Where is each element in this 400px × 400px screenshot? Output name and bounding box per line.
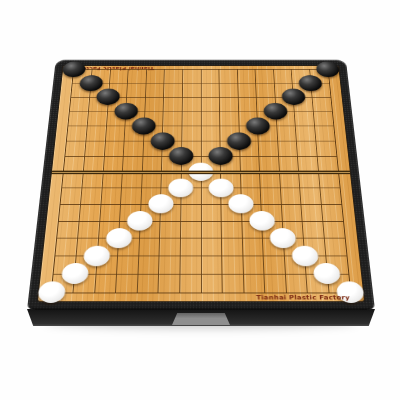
stone-black[interactable] [264,103,288,120]
stone-white[interactable] [270,228,297,248]
stone-black[interactable] [114,103,138,120]
stone-white[interactable] [313,263,341,284]
board-grid[interactable] [51,69,352,293]
stone-white[interactable] [127,211,153,231]
product-photo: Tianhai Plastic Factory Tianhai Plastic … [0,0,400,400]
grid-line-horizontal [57,238,345,239]
grid-line-vertical [237,70,244,293]
stone-black[interactable] [299,75,323,91]
stone-white[interactable] [291,245,319,266]
stone-white[interactable] [37,281,66,303]
grid-line-horizontal [59,221,343,222]
grid-line-vertical [137,70,147,293]
stone-white[interactable] [168,178,193,197]
grid-line-horizontal [54,274,349,275]
stone-white[interactable] [83,245,110,266]
stone-black[interactable] [281,89,305,105]
fold-hinge-line [52,171,350,175]
stone-black[interactable] [132,117,156,134]
grid-line-horizontal [62,188,340,189]
stone-white[interactable] [148,195,174,214]
stone-black[interactable] [150,132,174,149]
grid-line-vertical [200,70,201,293]
stone-black[interactable] [79,75,103,91]
stone-black[interactable] [316,62,340,78]
stone-white[interactable] [228,195,254,214]
go-board: Tianhai Plastic Factory Tianhai Plastic … [27,60,375,310]
stone-black[interactable] [246,117,270,134]
board-surface: Tianhai Plastic Factory Tianhai Plastic … [38,66,364,301]
stone-black[interactable] [96,89,120,105]
latch-notch [172,313,230,325]
grid-line-vertical [158,70,165,293]
stone-black[interactable] [62,62,86,78]
stone-black[interactable] [208,147,233,165]
stone-white[interactable] [105,228,132,248]
stone-black[interactable] [169,147,193,165]
stone-white[interactable] [208,178,233,197]
brand-text-bottom: Tianhai Plastic Factory [256,294,350,301]
grid-line-horizontal [60,204,341,205]
case-bottom-edge [27,309,375,326]
stone-white[interactable] [60,263,88,284]
stone-white[interactable] [249,211,275,231]
grid-line-vertical [255,70,266,293]
stone-black[interactable] [227,132,251,149]
